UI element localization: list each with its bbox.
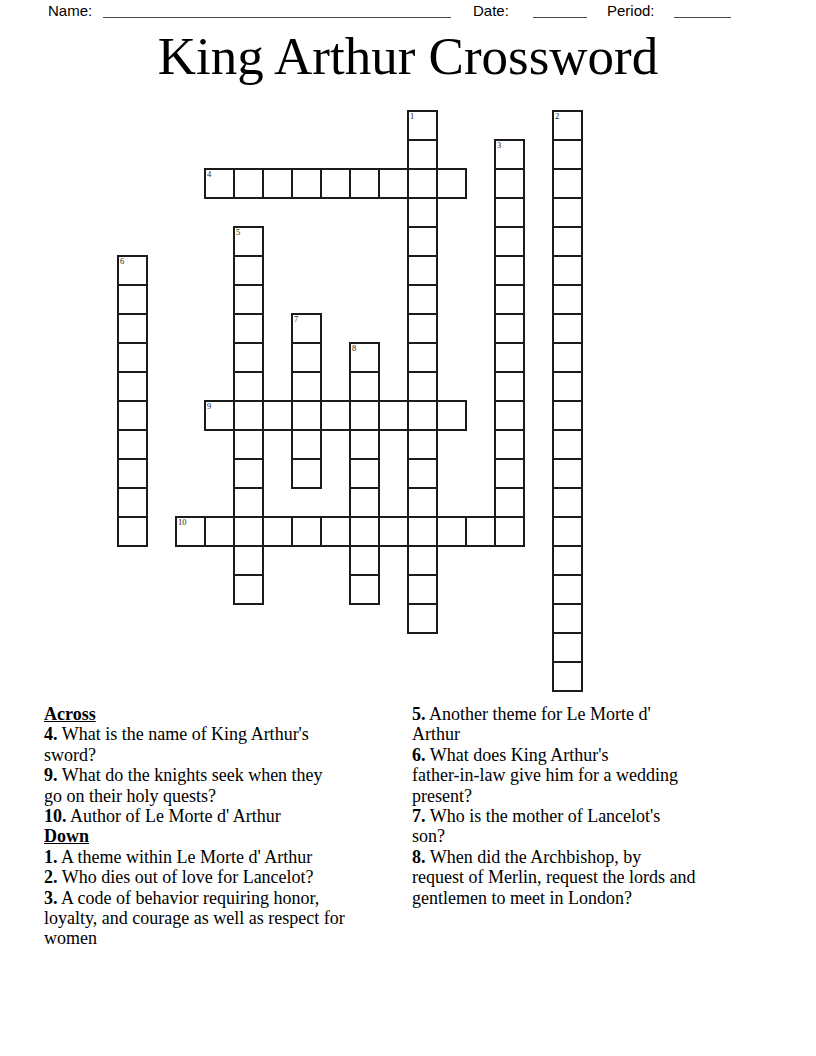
grid-cell-16-4 bbox=[233, 574, 264, 605]
grid-cell-7-0 bbox=[117, 313, 148, 344]
grid-cell-2-15 bbox=[552, 168, 583, 199]
clue-line: request of Merlin, request the lords and bbox=[412, 867, 760, 887]
grid-cell-8-0 bbox=[117, 342, 148, 373]
grid-cell-11-15 bbox=[552, 429, 583, 460]
clue-line: 6. What does King Arthur's bbox=[412, 745, 760, 765]
clue-line: 5. Another theme for Le Morte d' bbox=[412, 704, 760, 724]
cell-clue-number: 4 bbox=[207, 170, 211, 179]
grid-cell-0-15: 2 bbox=[552, 110, 583, 141]
grid-cell-12-10 bbox=[407, 458, 438, 489]
cell-clue-number: 7 bbox=[294, 315, 298, 324]
cell-clue-number: 9 bbox=[207, 402, 211, 411]
clue-number-label: 1. bbox=[44, 847, 58, 867]
grid-cell-9-4 bbox=[233, 371, 264, 402]
grid-cell-5-0: 6 bbox=[117, 255, 148, 286]
period-label: Period: bbox=[607, 2, 655, 19]
grid-cell-10-13 bbox=[494, 400, 525, 431]
cell-clue-number: 6 bbox=[120, 257, 124, 266]
grid-cell-10-11 bbox=[436, 400, 467, 431]
clue-line: 3. A code of behavior requiring honor, bbox=[44, 888, 416, 908]
grid-cell-2-13 bbox=[494, 168, 525, 199]
grid-cell-2-3: 4 bbox=[204, 168, 235, 199]
grid-cell-16-15 bbox=[552, 574, 583, 605]
clue-line: women bbox=[44, 928, 416, 948]
grid-cell-2-10 bbox=[407, 168, 438, 199]
grid-cell-9-6 bbox=[291, 371, 322, 402]
grid-cell-16-10 bbox=[407, 574, 438, 605]
grid-cell-14-8 bbox=[349, 516, 380, 547]
grid-cell-1-10 bbox=[407, 139, 438, 170]
grid-cell-14-3 bbox=[204, 516, 235, 547]
grid-cell-8-8: 8 bbox=[349, 342, 380, 373]
grid-cell-10-9 bbox=[378, 400, 409, 431]
grid-cell-9-8 bbox=[349, 371, 380, 402]
clue-line: sword? bbox=[44, 745, 416, 765]
clues-column-left: Across4. What is the name of King Arthur… bbox=[44, 704, 416, 949]
grid-cell-8-10 bbox=[407, 342, 438, 373]
grid-cell-10-5 bbox=[262, 400, 293, 431]
grid-cell-11-6 bbox=[291, 429, 322, 460]
grid-cell-8-4 bbox=[233, 342, 264, 373]
grid-cell-12-15 bbox=[552, 458, 583, 489]
cell-clue-number: 8 bbox=[352, 344, 356, 353]
grid-cell-4-13 bbox=[494, 226, 525, 257]
grid-cell-11-0 bbox=[117, 429, 148, 460]
grid-cell-13-13 bbox=[494, 487, 525, 518]
grid-cell-19-15 bbox=[552, 661, 583, 692]
grid-cell-14-6 bbox=[291, 516, 322, 547]
clue-number-label: 9. bbox=[44, 765, 58, 785]
clue-number-label: 2. bbox=[44, 867, 58, 887]
clue-number-label: 8. bbox=[412, 847, 426, 867]
grid-cell-2-5 bbox=[262, 168, 293, 199]
grid-cell-9-13 bbox=[494, 371, 525, 402]
grid-cell-13-10 bbox=[407, 487, 438, 518]
clue-line: father-in-law give him for a wedding bbox=[412, 765, 760, 785]
date-label: Date: bbox=[473, 2, 509, 19]
grid-cell-2-11 bbox=[436, 168, 467, 199]
grid-cell-10-4 bbox=[233, 400, 264, 431]
grid-cell-7-4 bbox=[233, 313, 264, 344]
cell-clue-number: 3 bbox=[497, 141, 501, 150]
grid-cell-6-0 bbox=[117, 284, 148, 315]
grid-cell-13-8 bbox=[349, 487, 380, 518]
grid-cell-9-10 bbox=[407, 371, 438, 402]
clue-section-heading: Across bbox=[44, 704, 416, 724]
clue-line: 4. What is the name of King Arthur's bbox=[44, 724, 416, 744]
clue-number-label: 3. bbox=[44, 888, 58, 908]
period-blank-line bbox=[674, 3, 731, 18]
cell-clue-number: 2 bbox=[555, 112, 559, 121]
grid-cell-11-8 bbox=[349, 429, 380, 460]
clue-line: 10. Author of Le Morte d' Arthur bbox=[44, 806, 416, 826]
grid-cell-6-10 bbox=[407, 284, 438, 315]
grid-cell-14-13 bbox=[494, 516, 525, 547]
grid-cell-4-10 bbox=[407, 226, 438, 257]
cell-clue-number: 1 bbox=[410, 112, 414, 121]
grid-cell-1-13: 3 bbox=[494, 139, 525, 170]
grid-cell-5-15 bbox=[552, 255, 583, 286]
grid-cell-13-0 bbox=[117, 487, 148, 518]
grid-cell-14-15 bbox=[552, 516, 583, 547]
grid-cell-11-13 bbox=[494, 429, 525, 460]
grid-cell-15-15 bbox=[552, 545, 583, 576]
grid-cell-5-10 bbox=[407, 255, 438, 286]
grid-cell-15-8 bbox=[349, 545, 380, 576]
grid-cell-2-8 bbox=[349, 168, 380, 199]
grid-cell-5-13 bbox=[494, 255, 525, 286]
cell-clue-number: 10 bbox=[178, 518, 187, 527]
clue-number-label: 7. bbox=[412, 806, 426, 826]
grid-cell-1-15 bbox=[552, 139, 583, 170]
grid-cell-2-6 bbox=[291, 168, 322, 199]
grid-cell-11-10 bbox=[407, 429, 438, 460]
worksheet-page: Name: Date: Period: King Arthur Crosswor… bbox=[0, 0, 816, 1056]
clue-line: 2. Who dies out of love for Lancelot? bbox=[44, 867, 416, 887]
grid-cell-2-9 bbox=[378, 168, 409, 199]
clue-line: 8. When did the Archbishop, by bbox=[412, 847, 760, 867]
grid-cell-10-8 bbox=[349, 400, 380, 431]
grid-cell-6-13 bbox=[494, 284, 525, 315]
grid-cell-10-10 bbox=[407, 400, 438, 431]
clue-number-label: 10. bbox=[44, 806, 67, 826]
grid-cell-17-15 bbox=[552, 603, 583, 634]
clue-line: present? bbox=[412, 786, 760, 806]
grid-cell-15-10 bbox=[407, 545, 438, 576]
grid-cell-10-15 bbox=[552, 400, 583, 431]
grid-cell-14-5 bbox=[262, 516, 293, 547]
grid-cell-14-9 bbox=[378, 516, 409, 547]
grid-cell-14-4 bbox=[233, 516, 264, 547]
clue-line: son? bbox=[412, 826, 760, 846]
grid-cell-17-10 bbox=[407, 603, 438, 634]
clue-line: gentlemen to meet in London? bbox=[412, 888, 760, 908]
clue-number-label: 4. bbox=[44, 724, 58, 744]
grid-cell-16-8 bbox=[349, 574, 380, 605]
grid-cell-6-4 bbox=[233, 284, 264, 315]
grid-cell-7-15 bbox=[552, 313, 583, 344]
grid-cell-14-10 bbox=[407, 516, 438, 547]
grid-cell-0-10: 1 bbox=[407, 110, 438, 141]
grid-cell-14-2: 10 bbox=[175, 516, 206, 547]
grid-cell-4-15 bbox=[552, 226, 583, 257]
grid-cell-8-6 bbox=[291, 342, 322, 373]
clue-section-heading: Down bbox=[44, 826, 416, 846]
grid-cell-14-7 bbox=[320, 516, 351, 547]
grid-cell-3-15 bbox=[552, 197, 583, 228]
grid-cell-8-15 bbox=[552, 342, 583, 373]
grid-cell-7-13 bbox=[494, 313, 525, 344]
grid-cell-12-4 bbox=[233, 458, 264, 489]
grid-cell-10-3: 9 bbox=[204, 400, 235, 431]
grid-cell-11-4 bbox=[233, 429, 264, 460]
grid-cell-9-15 bbox=[552, 371, 583, 402]
grid-cell-12-8 bbox=[349, 458, 380, 489]
crossword-grid: 12345678910 bbox=[117, 110, 584, 693]
clue-line: go on their holy quests? bbox=[44, 786, 416, 806]
clues-column-right: 5. Another theme for Le Morte d'Arthur6.… bbox=[412, 704, 760, 908]
clue-line: 1. A theme within Le Morte d' Arthur bbox=[44, 847, 416, 867]
date-blank-line bbox=[533, 3, 587, 18]
clue-line: Arthur bbox=[412, 724, 760, 744]
grid-cell-10-0 bbox=[117, 400, 148, 431]
clue-line: 7. Who is the mother of Lancelot's bbox=[412, 806, 760, 826]
clue-line: 9. What do the knights seek when they bbox=[44, 765, 416, 785]
grid-cell-7-10 bbox=[407, 313, 438, 344]
grid-cell-9-0 bbox=[117, 371, 148, 402]
grid-cell-4-4: 5 bbox=[233, 226, 264, 257]
grid-cell-14-12 bbox=[465, 516, 496, 547]
name-blank-line bbox=[103, 3, 451, 18]
grid-cell-2-4 bbox=[233, 168, 264, 199]
grid-cell-5-4 bbox=[233, 255, 264, 286]
cell-clue-number: 5 bbox=[236, 228, 240, 237]
grid-cell-14-0 bbox=[117, 516, 148, 547]
grid-cell-2-7 bbox=[320, 168, 351, 199]
clue-line: loyalty, and courage as well as respect … bbox=[44, 908, 416, 928]
grid-cell-6-15 bbox=[552, 284, 583, 315]
grid-cell-12-13 bbox=[494, 458, 525, 489]
clue-number-label: 6. bbox=[412, 745, 426, 765]
grid-cell-18-15 bbox=[552, 632, 583, 663]
grid-cell-13-4 bbox=[233, 487, 264, 518]
grid-cell-8-13 bbox=[494, 342, 525, 373]
grid-cell-12-6 bbox=[291, 458, 322, 489]
grid-cell-3-10 bbox=[407, 197, 438, 228]
grid-cell-10-7 bbox=[320, 400, 351, 431]
clue-number-label: 5. bbox=[412, 704, 426, 724]
grid-cell-10-6 bbox=[291, 400, 322, 431]
grid-cell-15-4 bbox=[233, 545, 264, 576]
grid-cell-7-6: 7 bbox=[291, 313, 322, 344]
page-title: King Arthur Crossword bbox=[0, 27, 816, 85]
name-label: Name: bbox=[48, 2, 92, 19]
grid-cell-14-11 bbox=[436, 516, 467, 547]
grid-cell-3-13 bbox=[494, 197, 525, 228]
grid-cell-12-0 bbox=[117, 458, 148, 489]
grid-cell-13-15 bbox=[552, 487, 583, 518]
